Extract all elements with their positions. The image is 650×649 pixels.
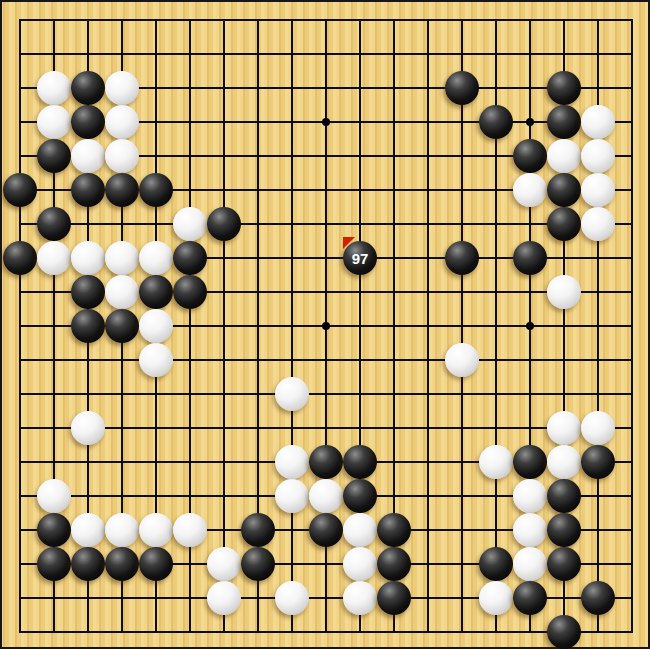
- stone-black: [105, 309, 139, 343]
- stone-black: [173, 241, 207, 275]
- stone-black: [173, 275, 207, 309]
- go-board[interactable]: 97: [0, 0, 650, 649]
- stone-white: [513, 513, 547, 547]
- stone-black: [581, 581, 615, 615]
- star-point: [322, 118, 330, 126]
- stone-black: [547, 513, 581, 547]
- stone-black: [445, 71, 479, 105]
- stone-black: [37, 139, 71, 173]
- stone-white: [37, 71, 71, 105]
- stone-white: [173, 513, 207, 547]
- stone-white: [105, 139, 139, 173]
- stone-black: [547, 173, 581, 207]
- stone-black: [377, 581, 411, 615]
- stone-white: [547, 275, 581, 309]
- stone-black: [105, 547, 139, 581]
- stone-black: [547, 105, 581, 139]
- stone-black: [37, 513, 71, 547]
- stone-white: [105, 241, 139, 275]
- stone-white: [37, 105, 71, 139]
- stone-black: [479, 547, 513, 581]
- stone-white: [343, 547, 377, 581]
- stone-white: [309, 479, 343, 513]
- stone-black: [71, 71, 105, 105]
- stone-black: [479, 105, 513, 139]
- stone-white: [275, 445, 309, 479]
- stone-black: [71, 547, 105, 581]
- stone-white: [37, 241, 71, 275]
- stone-white: [105, 513, 139, 547]
- stone-white: [547, 411, 581, 445]
- stone-white: [581, 139, 615, 173]
- stone-black: [71, 275, 105, 309]
- stone-black: [547, 71, 581, 105]
- stone-white: [445, 343, 479, 377]
- stone-black: [207, 207, 241, 241]
- stone-white: [71, 139, 105, 173]
- grid-line-vertical: [461, 19, 463, 633]
- stone-white: [71, 241, 105, 275]
- stone-white: [105, 275, 139, 309]
- stone-black: [37, 207, 71, 241]
- grid-line-horizontal: [19, 427, 633, 429]
- stone-black: [547, 207, 581, 241]
- stone-white: [581, 173, 615, 207]
- stone-white: [513, 173, 547, 207]
- stone-black: [547, 547, 581, 581]
- stone-white: [275, 479, 309, 513]
- stone-black: [309, 445, 343, 479]
- stone-white: [513, 479, 547, 513]
- star-point: [526, 118, 534, 126]
- stone-white: [207, 581, 241, 615]
- stone-black: [139, 173, 173, 207]
- grid-line-horizontal: [19, 631, 633, 633]
- stone-black: [309, 513, 343, 547]
- stone-black: [581, 445, 615, 479]
- stone-black: [513, 139, 547, 173]
- stone-white: [71, 411, 105, 445]
- stone-white: [547, 445, 581, 479]
- stone-black: [105, 173, 139, 207]
- stone-black: [71, 309, 105, 343]
- stone-white: [275, 377, 309, 411]
- stone-black: [377, 547, 411, 581]
- stone-black: [71, 173, 105, 207]
- star-point: [526, 322, 534, 330]
- stone-black: [3, 241, 37, 275]
- stone-white: [173, 207, 207, 241]
- stone-white: [479, 445, 513, 479]
- grid-line-vertical: [631, 19, 633, 633]
- stone-white: [139, 343, 173, 377]
- stone-black: [513, 241, 547, 275]
- stone-black: [547, 479, 581, 513]
- stone-white: [581, 105, 615, 139]
- stone-white: [105, 105, 139, 139]
- stone-white: [71, 513, 105, 547]
- stone-black: [377, 513, 411, 547]
- stone-black: [139, 547, 173, 581]
- stone-white: [139, 241, 173, 275]
- grid-line-horizontal: [19, 359, 633, 361]
- stone-white: [343, 581, 377, 615]
- stone-white: [479, 581, 513, 615]
- stone-white: [581, 411, 615, 445]
- stone-black: [547, 615, 581, 649]
- stone-black: [241, 547, 275, 581]
- stone-black: [343, 445, 377, 479]
- star-point: [322, 322, 330, 330]
- stone-white: [105, 71, 139, 105]
- stone-white: [37, 479, 71, 513]
- grid-line-horizontal: [19, 393, 633, 395]
- stone-black: 97: [343, 241, 377, 275]
- stone-white: [343, 513, 377, 547]
- move-number-label: 97: [343, 241, 377, 275]
- stone-black: [513, 581, 547, 615]
- stone-black: [139, 275, 173, 309]
- stone-white: [547, 139, 581, 173]
- stone-black: [445, 241, 479, 275]
- stone-black: [3, 173, 37, 207]
- stone-black: [513, 445, 547, 479]
- stone-white: [207, 547, 241, 581]
- stone-white: [139, 513, 173, 547]
- grid-line-vertical: [427, 19, 429, 633]
- stone-white: [513, 547, 547, 581]
- stone-black: [343, 479, 377, 513]
- stone-white: [139, 309, 173, 343]
- stone-black: [37, 547, 71, 581]
- stone-black: [71, 105, 105, 139]
- stone-black: [241, 513, 275, 547]
- stone-white: [581, 207, 615, 241]
- stone-white: [275, 581, 309, 615]
